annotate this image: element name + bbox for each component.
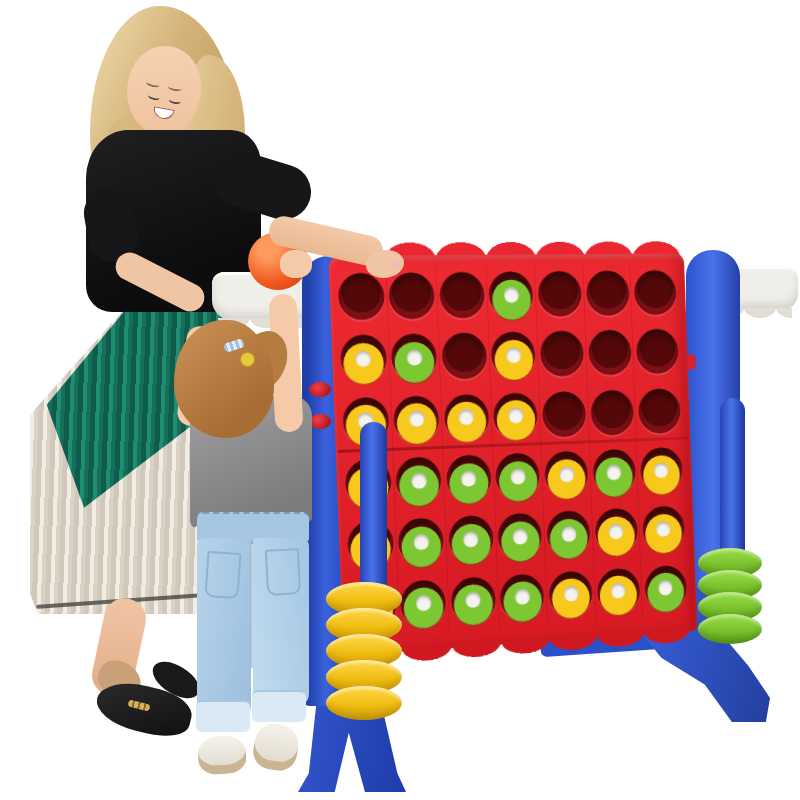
cell-r4c2: ● <box>393 449 446 513</box>
cell-r3c6 <box>588 382 637 443</box>
hole <box>439 272 485 319</box>
frame-red-button <box>309 414 331 429</box>
cell-r5c2: ● <box>395 510 448 574</box>
hole <box>586 271 630 317</box>
right-ring-pole <box>720 398 745 573</box>
cell-r4c5: ● <box>542 443 592 505</box>
cell-r2c1: ● <box>337 327 391 390</box>
cell-r1c4: ● <box>486 264 537 325</box>
cell-r6c5: ● <box>546 563 596 626</box>
disc-green: ● <box>546 510 591 557</box>
disc-green: ● <box>644 565 687 612</box>
toddler-sneaker <box>251 721 302 773</box>
cell-r5c7: ● <box>639 498 688 559</box>
disc-green: ● <box>446 455 492 503</box>
cell-r2c2: ● <box>388 326 441 389</box>
hole <box>542 391 587 438</box>
cell-r5c5: ● <box>544 503 594 565</box>
cell-r6c3: ● <box>448 568 500 632</box>
disc-yellow: ● <box>640 447 683 493</box>
toddler-hair-clip <box>240 352 255 367</box>
cell-r4c6: ● <box>590 441 639 503</box>
front-ring-pole <box>360 422 387 608</box>
disc-yellow: ● <box>544 451 589 498</box>
hole <box>635 329 678 375</box>
disc-green: ● <box>395 457 442 505</box>
disc-yellow: ● <box>393 395 440 443</box>
cell-r6c6: ● <box>594 560 643 622</box>
disc-green: ● <box>448 515 494 563</box>
toddler-jeans-cuff <box>196 700 250 732</box>
cell-r3c4: ● <box>491 385 542 447</box>
yellow-ring <box>326 686 402 720</box>
toddler-jeans-cuff <box>252 690 306 722</box>
yellow-ring-stack <box>326 582 402 724</box>
cell-r2c5 <box>537 324 587 385</box>
green-ring-stack <box>698 548 762 640</box>
cell-r2c3 <box>439 325 491 387</box>
cell-r5c6: ● <box>592 501 641 563</box>
cell-r4c3: ● <box>443 447 495 510</box>
hole <box>537 271 582 317</box>
cell-r6c2: ● <box>398 571 451 636</box>
disc-yellow: ● <box>340 335 388 383</box>
woman-fingernail <box>392 262 399 268</box>
cell-r1c7 <box>631 263 680 323</box>
hole <box>633 270 676 315</box>
cell-r1c5 <box>535 264 585 325</box>
disc-yellow: ● <box>493 392 538 439</box>
green-ring <box>698 614 762 644</box>
cell-r3c5 <box>540 383 590 445</box>
hole <box>389 273 436 320</box>
disc-green: ● <box>498 513 543 561</box>
toddler-sneaker <box>197 734 248 775</box>
disc-yellow: ● <box>642 506 685 553</box>
hole <box>540 331 585 377</box>
cell-r4c4: ● <box>493 445 544 508</box>
disc-yellow: ● <box>594 508 638 555</box>
cell-r3c3: ● <box>441 386 493 449</box>
hole <box>588 330 632 376</box>
toddler-jeans-seam <box>250 540 253 668</box>
toddler-hair <box>174 320 274 438</box>
cell-r6c4: ● <box>497 565 548 628</box>
hole <box>638 388 681 434</box>
disc-green: ● <box>495 453 540 500</box>
toddler-jeans-pocket <box>204 551 241 599</box>
toddler-hand-on-ball <box>280 250 312 278</box>
cell-r2c4: ● <box>488 325 539 387</box>
disc-green: ● <box>400 579 447 628</box>
disc-green: ● <box>450 576 496 625</box>
hole <box>590 389 634 435</box>
cell-r3c2: ● <box>391 388 444 451</box>
toddler-jeans-pocket <box>265 548 301 596</box>
cell-r4c7: ● <box>637 440 686 501</box>
disc-yellow: ● <box>444 394 490 441</box>
cell-r2c7 <box>633 322 682 382</box>
hole <box>441 333 487 380</box>
disc-green: ● <box>398 518 445 567</box>
disc-green: ● <box>500 573 545 621</box>
disc-yellow: ● <box>491 332 536 379</box>
cell-r5c4: ● <box>495 505 546 568</box>
cell-r2c6 <box>585 323 634 384</box>
hole <box>337 273 385 320</box>
disc-green: ● <box>489 272 534 318</box>
disc-yellow: ● <box>548 570 592 618</box>
cell-r6c7: ● <box>641 557 690 619</box>
cell-r5c3: ● <box>446 508 498 572</box>
disc-green: ● <box>391 334 438 381</box>
cell-r1c6 <box>583 263 632 323</box>
disc-green: ● <box>592 449 636 496</box>
cell-r3c7 <box>635 381 684 442</box>
product-photo-stage: ●●●●●●●●●●●●●●●●●●●●●●●●●●●●● <box>0 0 800 800</box>
frame-red-button <box>309 382 331 397</box>
disc-yellow: ● <box>596 567 640 614</box>
cell-r1c3 <box>437 265 489 327</box>
